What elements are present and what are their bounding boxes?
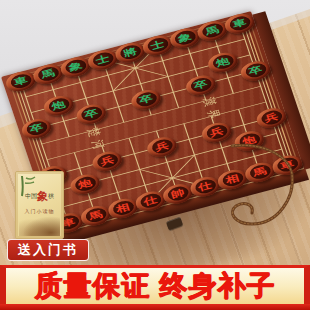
piece-glyph: 馬: [36, 65, 61, 83]
piece-glyph: 卒: [243, 62, 268, 80]
piece-glyph: 帥: [165, 185, 190, 203]
piece-glyph: 馬: [83, 206, 108, 224]
beginner-booklet: 中国象棋 入门小读物: [15, 171, 64, 239]
piece-glyph: 兵: [204, 123, 229, 141]
banner-bottom-strip: [0, 304, 310, 310]
booklet-title-suffix: 棋: [48, 193, 54, 199]
piece-green-soldier-4: 卒: [183, 72, 218, 97]
piece-glyph: 士: [145, 36, 170, 54]
piece-glyph: 炮: [73, 175, 98, 193]
piece-red-cannon-1: 炮: [68, 171, 103, 196]
booklet-title-accent: 象: [37, 190, 48, 203]
rope-handle: [222, 140, 310, 240]
piece-glyph: 象: [63, 58, 88, 76]
piece-glyph: 將: [118, 43, 143, 61]
piece-glyph: 馬: [200, 22, 225, 40]
booklet-landscape-art: [19, 214, 60, 236]
piece-green-soldier-2: 卒: [74, 101, 109, 126]
piece-glyph: 卒: [24, 119, 49, 137]
piece-glyph: 車: [227, 14, 252, 32]
piece-glyph: 卒: [134, 90, 159, 108]
piece-glyph: 象: [173, 29, 198, 47]
piece-green-soldier-3: 卒: [129, 87, 164, 112]
piece-glyph: 相: [111, 199, 136, 217]
free-book-badge: 送入门书: [7, 239, 89, 261]
piece-glyph: 炮: [210, 53, 235, 71]
piece-glyph: 卒: [188, 76, 213, 94]
piece-red-soldier-2: 兵: [90, 148, 125, 173]
piece-glyph: 兵: [259, 109, 284, 127]
piece-glyph: 兵: [95, 152, 120, 170]
product-photo: 楚 河 漢 界 車馬象士將士象馬車炮炮卒卒卒卒卒兵兵兵兵兵炮炮車馬相仕帥仕相馬車…: [0, 0, 310, 310]
piece-glyph: 仕: [138, 192, 163, 210]
piece-glyph: 炮: [46, 96, 71, 114]
piece-green-cannon-1: 炮: [41, 93, 76, 118]
piece-glyph: 卒: [79, 105, 104, 123]
piece-green-soldier-1: 卒: [19, 116, 54, 141]
piece-glyph: 仕: [193, 177, 218, 195]
piece-red-soldier-3: 兵: [144, 134, 179, 159]
piece-green-cannon-2: 炮: [205, 49, 240, 74]
promo-text: 质量保证 终身补子: [6, 268, 304, 304]
promo-banner: 质量保证 终身补子: [0, 265, 310, 310]
piece-glyph: 兵: [150, 138, 175, 156]
piece-glyph: 車: [8, 72, 33, 90]
piece-glyph: 士: [90, 51, 115, 69]
piece-red-soldier-5: 兵: [254, 105, 289, 130]
piece-green-soldier-5: 卒: [238, 58, 273, 83]
bamboo-art-icon: [18, 174, 36, 198]
